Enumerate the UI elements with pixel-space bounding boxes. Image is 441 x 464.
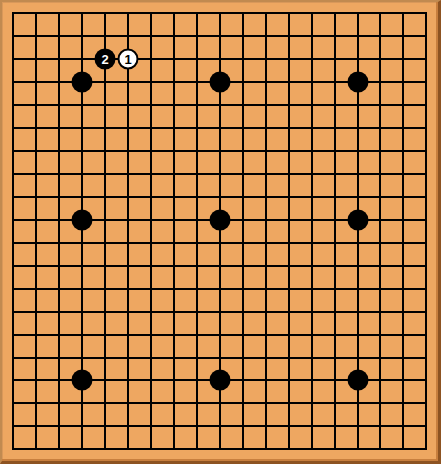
board-intersection	[25, 2, 48, 25]
black-stone	[72, 209, 93, 230]
board-intersection	[323, 323, 346, 346]
board-intersection	[231, 392, 254, 415]
board-intersection	[25, 94, 48, 117]
board-intersection	[186, 208, 209, 231]
board-intersection	[415, 277, 438, 300]
board-intersection	[163, 231, 186, 254]
board-intersection	[117, 323, 140, 346]
board-intersection	[392, 231, 415, 254]
board-intersection	[369, 2, 392, 25]
board-intersection	[2, 208, 25, 231]
board-intersection	[415, 208, 438, 231]
board-intersection	[71, 71, 94, 94]
board-intersection	[163, 117, 186, 140]
board-intersection	[48, 208, 71, 231]
board-intersection	[300, 231, 323, 254]
board-intersection	[117, 346, 140, 369]
board-intersection	[300, 392, 323, 415]
board-intersection	[392, 392, 415, 415]
board-intersection	[186, 438, 209, 461]
board-intersection	[254, 392, 277, 415]
board-intersection	[48, 163, 71, 186]
board-intersection	[163, 140, 186, 163]
board-intersection	[369, 254, 392, 277]
board-intersection	[392, 438, 415, 461]
board-intersection	[346, 48, 369, 71]
board-intersection	[25, 231, 48, 254]
board-intersection	[163, 438, 186, 461]
board-intersection	[277, 2, 300, 25]
board-intersection	[117, 369, 140, 392]
board-intersection	[163, 163, 186, 186]
board-intersection	[300, 94, 323, 117]
board-intersection	[231, 300, 254, 323]
board-intersection	[369, 415, 392, 438]
board-intersection	[346, 369, 369, 392]
board-intersection	[277, 323, 300, 346]
board-intersection	[25, 415, 48, 438]
board-intersection	[163, 186, 186, 209]
board-intersection	[369, 186, 392, 209]
board-intersection	[163, 71, 186, 94]
black-stone	[347, 209, 368, 230]
board-intersection	[300, 323, 323, 346]
board-intersection	[186, 300, 209, 323]
board-intersection	[254, 254, 277, 277]
board-intersection	[94, 25, 117, 48]
board-intersection	[140, 140, 163, 163]
board-intersection	[392, 415, 415, 438]
board-intersection	[186, 117, 209, 140]
board-intersection	[140, 438, 163, 461]
board-intersection	[117, 140, 140, 163]
board-intersection	[254, 163, 277, 186]
board-intersection	[231, 25, 254, 48]
board-intersection	[94, 277, 117, 300]
board-intersection	[415, 117, 438, 140]
board-intersection	[231, 117, 254, 140]
board-intersection	[2, 94, 25, 117]
board-intersection	[323, 415, 346, 438]
board-intersection	[163, 208, 186, 231]
board-intersection	[346, 254, 369, 277]
board-intersection	[71, 2, 94, 25]
board-intersection	[415, 438, 438, 461]
board-intersection	[25, 140, 48, 163]
board-intersection	[415, 140, 438, 163]
board-intersection	[277, 71, 300, 94]
board-intersection	[208, 48, 231, 71]
board-intersection	[117, 25, 140, 48]
board-intersection	[346, 186, 369, 209]
board-intersection	[48, 369, 71, 392]
board-intersection	[323, 94, 346, 117]
board-intersection	[208, 392, 231, 415]
board-intersection	[208, 25, 231, 48]
board-intersection	[163, 2, 186, 25]
board-intersection	[163, 300, 186, 323]
board-intersection	[25, 163, 48, 186]
board-intersection	[392, 254, 415, 277]
board-intersection	[48, 2, 71, 25]
board-intersection	[300, 208, 323, 231]
board-intersection	[2, 48, 25, 71]
board-intersection	[277, 117, 300, 140]
board-intersection	[117, 71, 140, 94]
board-intersection	[346, 231, 369, 254]
board-intersection	[369, 71, 392, 94]
board-intersection	[254, 186, 277, 209]
board-intersection	[415, 163, 438, 186]
board-intersection	[415, 71, 438, 94]
black-stone	[209, 370, 230, 391]
board-intersection	[346, 346, 369, 369]
board-intersection	[71, 94, 94, 117]
board-intersection	[369, 346, 392, 369]
board-intersection	[163, 369, 186, 392]
board-intersection	[346, 415, 369, 438]
go-board-grid: 21	[2, 2, 438, 461]
board-intersection	[2, 438, 25, 461]
board-intersection	[415, 300, 438, 323]
board-intersection	[369, 323, 392, 346]
board-intersection	[415, 346, 438, 369]
board-intersection	[346, 392, 369, 415]
board-intersection	[231, 71, 254, 94]
board-intersection	[48, 392, 71, 415]
board-intersection	[163, 48, 186, 71]
board-intersection	[48, 186, 71, 209]
black-stone	[347, 370, 368, 391]
board-intersection	[323, 140, 346, 163]
board-intersection	[300, 415, 323, 438]
board-intersection: 2	[94, 48, 117, 71]
move-stone-2-black: 2	[95, 49, 116, 70]
board-intersection	[25, 323, 48, 346]
board-intersection	[186, 2, 209, 25]
board-intersection	[140, 392, 163, 415]
board-intersection	[186, 231, 209, 254]
board-intersection	[369, 94, 392, 117]
board-intersection	[300, 300, 323, 323]
board-intersection	[369, 117, 392, 140]
board-intersection	[300, 438, 323, 461]
board-intersection	[208, 438, 231, 461]
board-intersection	[323, 208, 346, 231]
board-intersection	[94, 438, 117, 461]
board-intersection	[48, 117, 71, 140]
board-intersection	[231, 163, 254, 186]
board-intersection	[25, 208, 48, 231]
board-intersection	[346, 208, 369, 231]
board-intersection	[71, 140, 94, 163]
board-intersection	[2, 369, 25, 392]
board-intersection	[346, 300, 369, 323]
board-intersection	[277, 346, 300, 369]
board-intersection	[94, 415, 117, 438]
board-intersection	[346, 438, 369, 461]
board-intersection	[140, 415, 163, 438]
board-intersection	[346, 2, 369, 25]
board-intersection	[94, 186, 117, 209]
board-intersection	[323, 48, 346, 71]
board-intersection	[300, 71, 323, 94]
black-stone	[209, 209, 230, 230]
board-intersection	[71, 163, 94, 186]
board-intersection	[323, 277, 346, 300]
board-intersection	[48, 48, 71, 71]
board-intersection	[277, 231, 300, 254]
board-intersection	[323, 25, 346, 48]
board-intersection	[415, 254, 438, 277]
board-intersection	[369, 392, 392, 415]
board-intersection	[48, 254, 71, 277]
board-intersection	[392, 71, 415, 94]
board-intersection	[2, 346, 25, 369]
board-intersection	[208, 208, 231, 231]
board-intersection	[208, 415, 231, 438]
board-intersection	[25, 346, 48, 369]
board-intersection	[163, 277, 186, 300]
board-intersection	[300, 48, 323, 71]
move-number: 1	[125, 53, 132, 66]
board-intersection	[186, 277, 209, 300]
board-intersection	[140, 71, 163, 94]
board-intersection	[2, 2, 25, 25]
board-intersection	[300, 186, 323, 209]
board-intersection	[25, 369, 48, 392]
board-intersection	[231, 346, 254, 369]
board-intersection	[117, 117, 140, 140]
board-intersection	[369, 231, 392, 254]
board-intersection	[392, 300, 415, 323]
board-intersection	[140, 369, 163, 392]
board-intersection	[140, 94, 163, 117]
board-intersection	[346, 94, 369, 117]
board-intersection	[71, 438, 94, 461]
board-intersection	[117, 254, 140, 277]
board-intersection	[323, 2, 346, 25]
board-intersection	[140, 48, 163, 71]
board-intersection	[117, 277, 140, 300]
board-intersection	[94, 300, 117, 323]
board-intersection	[71, 231, 94, 254]
board-intersection	[392, 369, 415, 392]
board-intersection	[415, 392, 438, 415]
board-intersection	[231, 438, 254, 461]
board-intersection	[300, 369, 323, 392]
board-intersection	[277, 140, 300, 163]
board-intersection	[25, 25, 48, 48]
board-intersection	[48, 140, 71, 163]
board-intersection	[117, 231, 140, 254]
board-intersection	[2, 25, 25, 48]
board-intersection	[48, 94, 71, 117]
board-intersection	[94, 254, 117, 277]
board-intersection	[369, 438, 392, 461]
board-intersection	[369, 25, 392, 48]
board-intersection	[346, 277, 369, 300]
board-intersection	[323, 300, 346, 323]
board-intersection	[323, 117, 346, 140]
board-intersection	[254, 71, 277, 94]
board-intersection	[94, 208, 117, 231]
board-intersection	[369, 369, 392, 392]
board-intersection	[369, 48, 392, 71]
board-intersection	[415, 94, 438, 117]
board-intersection	[117, 2, 140, 25]
board-intersection	[163, 94, 186, 117]
board-intersection	[231, 323, 254, 346]
board-intersection	[208, 323, 231, 346]
board-intersection	[163, 323, 186, 346]
board-intersection	[140, 346, 163, 369]
board-intersection	[71, 323, 94, 346]
board-intersection	[71, 208, 94, 231]
board-intersection	[117, 94, 140, 117]
board-intersection	[2, 323, 25, 346]
board-intersection	[392, 186, 415, 209]
board-intersection	[277, 94, 300, 117]
board-intersection	[208, 300, 231, 323]
board-intersection	[94, 117, 117, 140]
board-intersection	[277, 208, 300, 231]
board-intersection	[163, 25, 186, 48]
black-stone	[209, 72, 230, 93]
board-intersection	[117, 415, 140, 438]
board-intersection	[186, 94, 209, 117]
board-intersection	[323, 392, 346, 415]
board-intersection	[231, 369, 254, 392]
board-intersection	[300, 117, 323, 140]
board-intersection	[254, 140, 277, 163]
board-intersection	[300, 346, 323, 369]
board-intersection	[94, 231, 117, 254]
board-intersection	[369, 300, 392, 323]
board-intersection	[186, 323, 209, 346]
board-intersection	[254, 94, 277, 117]
board-intersection	[140, 208, 163, 231]
board-intersection	[231, 208, 254, 231]
board-intersection	[208, 231, 231, 254]
board-intersection	[208, 369, 231, 392]
board-intersection	[231, 186, 254, 209]
board-intersection	[140, 117, 163, 140]
board-intersection	[140, 163, 163, 186]
board-intersection	[117, 438, 140, 461]
board-intersection	[346, 163, 369, 186]
board-intersection	[300, 2, 323, 25]
board-intersection	[392, 163, 415, 186]
board-intersection	[25, 277, 48, 300]
board-intersection	[71, 254, 94, 277]
board-intersection	[254, 438, 277, 461]
board-intersection	[25, 300, 48, 323]
board-intersection	[71, 25, 94, 48]
board-intersection	[94, 369, 117, 392]
board-intersection	[208, 140, 231, 163]
board-intersection	[277, 415, 300, 438]
board-intersection	[231, 48, 254, 71]
board-intersection	[392, 277, 415, 300]
board-intersection	[140, 277, 163, 300]
board-intersection	[2, 163, 25, 186]
board-intersection	[117, 392, 140, 415]
board-intersection	[392, 25, 415, 48]
board-intersection	[117, 186, 140, 209]
board-intersection	[163, 254, 186, 277]
board-intersection	[277, 25, 300, 48]
board-intersection	[300, 254, 323, 277]
board-intersection	[254, 415, 277, 438]
board-intersection	[254, 117, 277, 140]
board-intersection	[277, 48, 300, 71]
board-intersection	[323, 438, 346, 461]
board-intersection	[48, 415, 71, 438]
board-intersection	[2, 186, 25, 209]
board-intersection	[323, 231, 346, 254]
board-intersection	[208, 94, 231, 117]
board-intersection	[346, 117, 369, 140]
board-intersection	[2, 117, 25, 140]
board-intersection	[231, 2, 254, 25]
board-intersection	[300, 140, 323, 163]
board-intersection	[25, 392, 48, 415]
board-intersection	[277, 438, 300, 461]
board-intersection	[415, 186, 438, 209]
board-intersection	[415, 231, 438, 254]
board-intersection	[369, 208, 392, 231]
board-intersection	[25, 48, 48, 71]
board-intersection	[117, 163, 140, 186]
board-intersection	[140, 300, 163, 323]
board-intersection	[208, 2, 231, 25]
board-intersection	[231, 231, 254, 254]
board-intersection	[392, 208, 415, 231]
board-intersection	[48, 25, 71, 48]
board-intersection	[71, 392, 94, 415]
board-intersection	[117, 208, 140, 231]
board-intersection	[415, 48, 438, 71]
board-intersection	[254, 25, 277, 48]
board-intersection	[208, 254, 231, 277]
board-intersection	[254, 277, 277, 300]
board-intersection	[94, 2, 117, 25]
board-intersection	[48, 438, 71, 461]
board-intersection	[415, 369, 438, 392]
board-intersection	[186, 163, 209, 186]
board-intersection: 1	[117, 48, 140, 71]
board-intersection	[254, 208, 277, 231]
board-intersection	[94, 346, 117, 369]
board-intersection	[48, 300, 71, 323]
board-intersection	[186, 369, 209, 392]
board-intersection	[346, 71, 369, 94]
board-intersection	[300, 163, 323, 186]
black-stone	[72, 72, 93, 93]
board-intersection	[208, 277, 231, 300]
board-intersection	[300, 277, 323, 300]
board-intersection	[163, 392, 186, 415]
board-intersection	[2, 392, 25, 415]
board-intersection	[254, 48, 277, 71]
board-intersection	[392, 117, 415, 140]
board-intersection	[323, 346, 346, 369]
board-intersection	[140, 231, 163, 254]
board-intersection	[231, 94, 254, 117]
move-number: 2	[102, 53, 109, 66]
board-intersection	[323, 369, 346, 392]
